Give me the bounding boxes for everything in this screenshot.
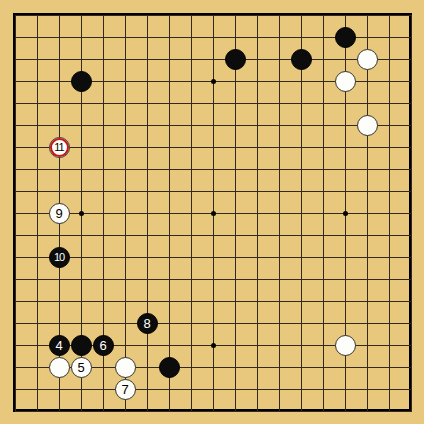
stone-white[interactable] <box>357 49 378 70</box>
go-board[interactable]: 1191084657 <box>4 4 422 422</box>
stone-white[interactable] <box>115 357 136 378</box>
move-number: 9 <box>55 207 62 220</box>
stone-white-move-9[interactable]: 9 <box>49 203 70 224</box>
stone-black[interactable] <box>159 357 180 378</box>
move-number: 11 <box>54 142 63 153</box>
stone-black-move-4[interactable]: 4 <box>49 335 70 356</box>
stone-black-move-8[interactable]: 8 <box>137 313 158 334</box>
move-number: 4 <box>55 339 62 352</box>
stone-white[interactable] <box>49 357 70 378</box>
stone-black[interactable] <box>291 49 312 70</box>
stone-black[interactable] <box>71 335 92 356</box>
star-point <box>79 211 84 216</box>
stone-white[interactable] <box>357 115 378 136</box>
stone-white[interactable] <box>335 71 356 92</box>
stone-black[interactable] <box>71 71 92 92</box>
stone-black-move-10[interactable]: 10 <box>49 247 70 268</box>
star-point <box>343 211 348 216</box>
move-number: 7 <box>121 383 128 396</box>
move-number: 6 <box>99 339 106 352</box>
go-diagram: 1191084657 <box>0 0 424 424</box>
stone-black[interactable] <box>335 27 356 48</box>
move-number: 5 <box>77 361 84 374</box>
stone-black-move-6[interactable]: 6 <box>93 335 114 356</box>
stone-black[interactable] <box>225 49 246 70</box>
star-point <box>211 343 216 348</box>
stone-white-move-7[interactable]: 7 <box>115 379 136 400</box>
star-point <box>211 79 216 84</box>
stone-white-move-11[interactable]: 11 <box>49 137 70 158</box>
stone-white-move-5[interactable]: 5 <box>71 357 92 378</box>
star-point <box>211 211 216 216</box>
stone-white[interactable] <box>335 335 356 356</box>
move-number: 8 <box>143 317 150 330</box>
move-number: 10 <box>54 252 64 263</box>
